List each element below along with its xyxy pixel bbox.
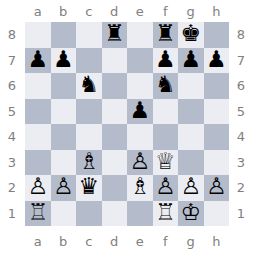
square-f7[interactable]: ♟ — [153, 48, 179, 74]
square-g6[interactable] — [178, 73, 204, 99]
file-label-bottom-h: h — [204, 228, 230, 254]
square-h6[interactable] — [204, 73, 230, 99]
square-f2[interactable]: ♙ — [153, 175, 179, 201]
piece-white-bishop[interactable]: ♗ — [78, 150, 99, 173]
rank-label-left-1: 1 — [0, 201, 24, 227]
rank-label-right-3: 3 — [229, 150, 253, 176]
square-e3[interactable]: ♙ — [127, 150, 153, 176]
piece-white-queen[interactable]: ♕ — [155, 150, 176, 173]
file-label-bottom-e: e — [127, 228, 153, 254]
rank-label-right-8: 8 — [229, 22, 253, 48]
square-e7[interactable] — [127, 48, 153, 74]
square-g1[interactable]: ♔ — [178, 201, 204, 227]
file-label-bottom-a: a — [25, 228, 51, 254]
square-d2[interactable] — [102, 175, 128, 201]
piece-black-pawn[interactable]: ♟ — [206, 48, 227, 71]
square-c2[interactable]: ♛ — [76, 175, 102, 201]
square-b2[interactable]: ♙ — [51, 175, 77, 201]
piece-white-rook[interactable]: ♖ — [27, 201, 48, 224]
square-c6[interactable]: ♞ — [76, 73, 102, 99]
square-h8[interactable] — [204, 22, 230, 48]
rank-label-left-7: 7 — [0, 48, 24, 74]
square-a2[interactable]: ♙ — [25, 175, 51, 201]
piece-black-rook[interactable]: ♜ — [104, 22, 125, 45]
square-d7[interactable] — [102, 48, 128, 74]
square-h5[interactable] — [204, 99, 230, 125]
square-f5[interactable] — [153, 99, 179, 125]
file-label-bottom-g: g — [178, 228, 204, 254]
square-h7[interactable]: ♟ — [204, 48, 230, 74]
square-g4[interactable] — [178, 124, 204, 150]
rank-label-right-2: 2 — [229, 175, 253, 201]
square-b1[interactable] — [51, 201, 77, 227]
rank-label-left-4: 4 — [0, 124, 24, 150]
square-f1[interactable]: ♖ — [153, 201, 179, 227]
rank-label-left-2: 2 — [0, 175, 24, 201]
square-b3[interactable] — [51, 150, 77, 176]
rank-labels-left: 87654321 — [0, 22, 24, 226]
rank-label-left-6: 6 — [0, 73, 24, 99]
file-label-top-g: g — [178, 0, 204, 22]
square-d3[interactable] — [102, 150, 128, 176]
chess-diagram: abcdefgh 87654321 ♜♜♚♟♟♟♟♟♞♞♟♗♙♕♙♙♛♗♙♙♙♖… — [0, 0, 253, 255]
piece-black-queen[interactable]: ♛ — [78, 175, 99, 198]
file-label-bottom-c: c — [76, 228, 102, 254]
square-h2[interactable]: ♙ — [204, 175, 230, 201]
square-c5[interactable] — [76, 99, 102, 125]
square-f4[interactable] — [153, 124, 179, 150]
piece-black-knight[interactable]: ♞ — [155, 73, 176, 96]
file-label-top-f: f — [153, 0, 179, 22]
square-a7[interactable]: ♟ — [25, 48, 51, 74]
square-g5[interactable] — [178, 99, 204, 125]
square-e5[interactable]: ♟ — [127, 99, 153, 125]
square-d8[interactable]: ♜ — [102, 22, 128, 48]
file-label-bottom-b: b — [51, 228, 77, 254]
rank-labels-right: 87654321 — [229, 22, 253, 226]
square-h1[interactable] — [204, 201, 230, 227]
square-d4[interactable] — [102, 124, 128, 150]
square-d6[interactable] — [102, 73, 128, 99]
piece-white-pawn[interactable]: ♙ — [155, 175, 176, 198]
piece-white-pawn[interactable]: ♙ — [206, 175, 227, 198]
piece-black-pawn[interactable]: ♟ — [129, 99, 150, 122]
square-c3[interactable]: ♗ — [76, 150, 102, 176]
file-label-bottom-f: f — [153, 228, 179, 254]
piece-black-king[interactable]: ♚ — [180, 22, 201, 45]
square-d5[interactable] — [102, 99, 128, 125]
square-a8[interactable] — [25, 22, 51, 48]
rank-label-left-3: 3 — [0, 150, 24, 176]
square-b5[interactable] — [51, 99, 77, 125]
piece-black-pawn[interactable]: ♟ — [27, 48, 48, 71]
file-label-top-c: c — [76, 0, 102, 22]
piece-white-bishop[interactable]: ♗ — [129, 175, 150, 198]
square-d1[interactable] — [102, 201, 128, 227]
piece-white-pawn[interactable]: ♙ — [27, 175, 48, 198]
square-e1[interactable] — [127, 201, 153, 227]
rank-label-right-6: 6 — [229, 73, 253, 99]
square-f3[interactable]: ♕ — [153, 150, 179, 176]
file-label-top-e: e — [127, 0, 153, 22]
file-label-top-d: d — [102, 0, 128, 22]
square-c1[interactable] — [76, 201, 102, 227]
piece-white-pawn[interactable]: ♙ — [53, 175, 74, 198]
square-g7[interactable]: ♟ — [178, 48, 204, 74]
square-g3[interactable] — [178, 150, 204, 176]
square-f6[interactable]: ♞ — [153, 73, 179, 99]
file-labels-bottom: abcdefgh — [25, 228, 229, 254]
square-a5[interactable] — [25, 99, 51, 125]
square-e8[interactable] — [127, 22, 153, 48]
piece-black-rook[interactable]: ♜ — [155, 22, 176, 45]
piece-white-rook[interactable]: ♖ — [155, 201, 176, 224]
file-label-top-b: b — [51, 0, 77, 22]
square-h4[interactable] — [204, 124, 230, 150]
rank-label-right-5: 5 — [229, 99, 253, 125]
square-a4[interactable] — [25, 124, 51, 150]
square-g2[interactable]: ♙ — [178, 175, 204, 201]
square-e6[interactable] — [127, 73, 153, 99]
square-e2[interactable]: ♗ — [127, 175, 153, 201]
file-labels-top: abcdefgh — [25, 0, 229, 22]
square-h3[interactable] — [204, 150, 230, 176]
square-e4[interactable] — [127, 124, 153, 150]
piece-black-pawn[interactable]: ♟ — [53, 48, 74, 71]
piece-black-pawn[interactable]: ♟ — [180, 48, 201, 71]
square-b6[interactable] — [51, 73, 77, 99]
rank-label-left-5: 5 — [0, 99, 24, 125]
square-c7[interactable] — [76, 48, 102, 74]
square-f8[interactable]: ♜ — [153, 22, 179, 48]
square-a6[interactable] — [25, 73, 51, 99]
piece-white-king[interactable]: ♔ — [180, 201, 201, 224]
piece-black-knight[interactable]: ♞ — [78, 73, 99, 96]
rank-label-right-4: 4 — [229, 124, 253, 150]
board-grid: ♜♜♚♟♟♟♟♟♞♞♟♗♙♕♙♙♛♗♙♙♙♖♖♔ — [25, 22, 229, 226]
piece-black-pawn[interactable]: ♟ — [155, 48, 176, 71]
square-c4[interactable] — [76, 124, 102, 150]
square-a1[interactable]: ♖ — [25, 201, 51, 227]
square-c8[interactable] — [76, 22, 102, 48]
square-g8[interactable]: ♚ — [178, 22, 204, 48]
file-label-bottom-d: d — [102, 228, 128, 254]
file-label-top-h: h — [204, 0, 230, 22]
rank-label-left-8: 8 — [0, 22, 24, 48]
square-a3[interactable] — [25, 150, 51, 176]
file-label-top-a: a — [25, 0, 51, 22]
square-b4[interactable] — [51, 124, 77, 150]
rank-label-right-7: 7 — [229, 48, 253, 74]
square-b7[interactable]: ♟ — [51, 48, 77, 74]
rank-label-right-1: 1 — [229, 201, 253, 227]
piece-white-pawn[interactable]: ♙ — [180, 175, 201, 198]
piece-white-pawn[interactable]: ♙ — [129, 150, 150, 173]
square-b8[interactable] — [51, 22, 77, 48]
